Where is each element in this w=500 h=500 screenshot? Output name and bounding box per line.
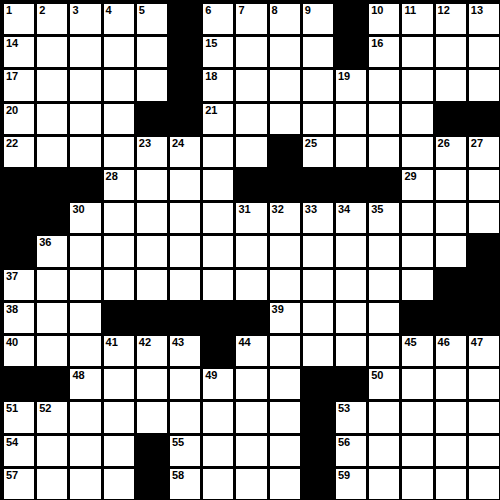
letter-cell[interactable] [303,336,333,366]
clue-number: 58 [172,470,184,481]
clue-number: 7 [238,5,244,16]
letter-cell[interactable]: 51 [4,402,34,432]
letter-cell[interactable] [37,336,67,366]
block-cell [303,469,333,499]
block-cell [170,104,200,134]
letter-cell[interactable] [402,137,432,167]
letter-cell[interactable]: 4 [104,4,134,34]
letter-cell[interactable] [37,303,67,333]
letter-cell[interactable]: 8 [270,4,300,34]
letter-cell[interactable] [303,70,333,100]
letter-cell[interactable]: 30 [70,203,100,233]
block-cell [170,303,200,333]
letter-cell[interactable] [170,369,200,399]
letter-cell[interactable] [104,270,134,300]
block-cell [137,104,167,134]
clue-number: 22 [6,138,18,149]
letter-cell[interactable] [203,469,233,499]
clue-number: 28 [106,171,118,182]
letter-cell[interactable]: 15 [203,37,233,67]
clue-number: 9 [305,5,311,16]
letter-cell[interactable] [469,37,499,67]
letter-cell[interactable]: 23 [137,137,167,167]
block-cell [170,4,200,34]
letter-cell[interactable]: 11 [402,4,432,34]
block-cell [137,436,167,466]
letter-cell[interactable] [137,369,167,399]
letter-cell[interactable]: 20 [4,104,34,134]
block-cell [137,303,167,333]
letter-cell[interactable] [236,137,266,167]
letter-cell[interactable] [70,336,100,366]
block-cell [70,170,100,200]
clue-number: 2 [39,5,45,16]
letter-cell[interactable] [236,369,266,399]
letter-cell[interactable] [170,236,200,266]
clue-number: 39 [272,304,284,315]
letter-cell[interactable] [402,270,432,300]
letter-cell[interactable] [303,104,333,134]
block-cell [303,402,333,432]
letter-cell[interactable] [203,236,233,266]
letter-cell[interactable] [203,203,233,233]
letter-cell[interactable] [303,37,333,67]
clue-number: 6 [205,5,211,16]
letter-cell[interactable] [137,270,167,300]
letter-cell[interactable] [137,236,167,266]
letter-cell[interactable] [236,436,266,466]
letter-cell[interactable] [436,37,466,67]
clue-number: 1 [6,5,12,16]
clue-number: 57 [6,470,18,481]
block-cell [203,336,233,366]
clue-number: 48 [72,370,84,381]
block-cell [270,137,300,167]
clue-number: 18 [205,71,217,82]
letter-cell[interactable]: 45 [402,336,432,366]
letter-cell[interactable] [436,402,466,432]
clue-number: 13 [471,5,483,16]
letter-cell[interactable] [37,104,67,134]
clue-number: 27 [471,138,483,149]
block-cell [203,303,233,333]
letter-cell[interactable]: 55 [170,436,200,466]
letter-cell[interactable] [37,137,67,167]
clue-number: 46 [438,337,450,348]
letter-cell[interactable]: 2 [37,4,67,34]
block-cell [336,369,366,399]
letter-cell[interactable] [369,236,399,266]
block-cell [469,270,499,300]
block-cell [4,170,34,200]
letter-cell[interactable] [170,402,200,432]
letter-cell[interactable] [369,336,399,366]
block-cell [303,369,333,399]
letter-cell[interactable] [402,402,432,432]
letter-cell[interactable]: 58 [170,469,200,499]
letter-cell[interactable] [236,104,266,134]
letter-cell[interactable] [104,104,134,134]
letter-cell[interactable] [37,270,67,300]
letter-cell[interactable]: 47 [469,336,499,366]
letter-cell[interactable] [236,70,266,100]
letter-cell[interactable] [104,137,134,167]
clue-number: 15 [205,38,217,49]
clue-number: 43 [172,337,184,348]
letter-cell[interactable]: 42 [137,336,167,366]
letter-cell[interactable] [469,436,499,466]
letter-cell[interactable] [270,70,300,100]
letter-cell[interactable] [469,70,499,100]
block-cell [170,37,200,67]
clue-number: 24 [172,138,184,149]
letter-cell[interactable]: 48 [70,369,100,399]
letter-cell[interactable]: 59 [336,469,366,499]
clue-number: 12 [438,5,450,16]
letter-cell[interactable] [369,270,399,300]
clue-number: 19 [338,71,350,82]
letter-cell[interactable] [369,70,399,100]
clue-number: 8 [272,5,278,16]
letter-cell[interactable] [436,203,466,233]
clue-number: 33 [305,204,317,215]
block-cell [336,4,366,34]
letter-cell[interactable]: 49 [203,369,233,399]
block-cell [303,170,333,200]
letter-cell[interactable]: 32 [270,203,300,233]
letter-cell[interactable]: 19 [336,70,366,100]
letter-cell[interactable]: 38 [4,303,34,333]
clue-number: 41 [106,337,118,348]
letter-cell[interactable]: 5 [137,4,167,34]
clue-number: 54 [6,437,18,448]
clue-number: 4 [106,5,112,16]
letter-cell[interactable] [37,37,67,67]
letter-cell[interactable]: 40 [4,336,34,366]
clue-number: 23 [139,138,151,149]
letter-cell[interactable] [402,469,432,499]
crossword-grid: 1234567891011121314151617181920212223242… [0,0,500,500]
letter-cell[interactable]: 24 [170,137,200,167]
letter-cell[interactable] [37,469,67,499]
letter-cell[interactable]: 7 [236,4,266,34]
letter-cell[interactable]: 25 [303,137,333,167]
letter-cell[interactable] [137,402,167,432]
letter-cell[interactable] [336,336,366,366]
letter-cell[interactable] [137,203,167,233]
clue-number: 3 [72,5,78,16]
block-cell [336,37,366,67]
letter-cell[interactable] [436,436,466,466]
letter-cell[interactable] [236,236,266,266]
letter-cell[interactable] [203,402,233,432]
letter-cell[interactable] [104,402,134,432]
letter-cell[interactable] [203,170,233,200]
letter-cell[interactable] [469,203,499,233]
block-cell [270,170,300,200]
letter-cell[interactable]: 35 [369,203,399,233]
clue-number: 52 [39,403,51,414]
clue-number: 40 [6,337,18,348]
letter-cell[interactable] [303,236,333,266]
letter-cell[interactable] [37,436,67,466]
block-cell [104,303,134,333]
letter-cell[interactable] [336,303,366,333]
clue-number: 49 [205,370,217,381]
letter-cell[interactable]: 10 [369,4,399,34]
block-cell [37,170,67,200]
clue-number: 32 [272,204,284,215]
clue-number: 26 [438,138,450,149]
letter-cell[interactable] [270,469,300,499]
letter-cell[interactable] [170,270,200,300]
letter-cell[interactable] [104,37,134,67]
clue-number: 5 [139,5,145,16]
letter-cell[interactable] [436,236,466,266]
block-cell [469,303,499,333]
letter-cell[interactable]: 21 [203,104,233,134]
letter-cell[interactable]: 33 [303,203,333,233]
letter-cell[interactable]: 43 [170,336,200,366]
letter-cell[interactable] [369,303,399,333]
clue-number: 59 [338,470,350,481]
letter-cell[interactable]: 22 [4,137,34,167]
letter-cell[interactable] [70,270,100,300]
letter-cell[interactable] [402,70,432,100]
letter-cell[interactable] [270,104,300,134]
letter-cell[interactable] [104,436,134,466]
block-cell [436,303,466,333]
letter-cell[interactable] [369,436,399,466]
block-cell [4,236,34,266]
letter-cell[interactable]: 41 [104,336,134,366]
clue-number: 29 [404,171,416,182]
block-cell [436,270,466,300]
letter-cell[interactable]: 44 [236,336,266,366]
block-cell [402,303,432,333]
block-cell [469,104,499,134]
letter-cell[interactable] [369,402,399,432]
letter-cell[interactable] [104,70,134,100]
clue-number: 47 [471,337,483,348]
letter-cell[interactable] [270,402,300,432]
letter-cell[interactable] [70,436,100,466]
clue-number: 36 [39,237,51,248]
letter-cell[interactable]: 28 [104,170,134,200]
letter-cell[interactable]: 14 [4,37,34,67]
clue-number: 37 [6,271,18,282]
clue-number: 10 [371,5,383,16]
clue-number: 45 [404,337,416,348]
letter-cell[interactable]: 36 [37,236,67,266]
letter-cell[interactable] [436,369,466,399]
letter-cell[interactable] [402,37,432,67]
letter-cell[interactable] [469,369,499,399]
letter-cell[interactable]: 57 [4,469,34,499]
letter-cell[interactable]: 16 [369,37,399,67]
block-cell [4,203,34,233]
letter-cell[interactable] [336,270,366,300]
letter-cell[interactable] [236,469,266,499]
block-cell [336,170,366,200]
letter-cell[interactable] [170,203,200,233]
letter-cell[interactable]: 29 [402,170,432,200]
letter-cell[interactable] [270,436,300,466]
clue-number: 50 [371,370,383,381]
letter-cell[interactable]: 12 [436,4,466,34]
letter-cell[interactable] [70,104,100,134]
letter-cell[interactable] [270,37,300,67]
letter-cell[interactable] [203,137,233,167]
block-cell [469,236,499,266]
letter-cell[interactable] [336,236,366,266]
clue-number: 17 [6,71,18,82]
block-cell [236,170,266,200]
letter-cell[interactable] [70,236,100,266]
letter-cell[interactable]: 56 [336,436,366,466]
block-cell [236,303,266,333]
clue-number: 35 [371,204,383,215]
block-cell [303,436,333,466]
letter-cell[interactable]: 39 [270,303,300,333]
letter-cell[interactable]: 18 [203,70,233,100]
letter-cell[interactable] [336,104,366,134]
letter-cell[interactable] [70,137,100,167]
block-cell [4,369,34,399]
letter-cell[interactable] [170,170,200,200]
clue-number: 38 [6,304,18,315]
letter-cell[interactable]: 13 [469,4,499,34]
crossword-puzzle: 1234567891011121314151617181920212223242… [0,0,500,500]
letter-cell[interactable] [369,104,399,134]
letter-cell[interactable] [402,369,432,399]
letter-cell[interactable] [469,402,499,432]
letter-cell[interactable]: 9 [303,4,333,34]
clue-number: 31 [238,204,250,215]
letter-cell[interactable] [104,369,134,399]
letter-cell[interactable] [37,70,67,100]
letter-cell[interactable] [270,336,300,366]
letter-cell[interactable] [369,469,399,499]
letter-cell[interactable] [436,469,466,499]
letter-cell[interactable] [469,469,499,499]
clue-number: 30 [72,204,84,215]
letter-cell[interactable]: 34 [336,203,366,233]
letter-cell[interactable] [336,137,366,167]
letter-cell[interactable] [402,203,432,233]
clue-number: 56 [338,437,350,448]
letter-cell[interactable] [436,170,466,200]
letter-cell[interactable] [70,70,100,100]
letter-cell[interactable] [104,236,134,266]
letter-cell[interactable] [137,170,167,200]
clue-number: 42 [139,337,151,348]
clue-number: 20 [6,105,18,116]
letter-cell[interactable] [137,37,167,67]
letter-cell[interactable] [270,369,300,399]
letter-cell[interactable]: 50 [369,369,399,399]
block-cell [37,369,67,399]
clue-number: 14 [6,38,18,49]
letter-cell[interactable] [104,469,134,499]
letter-cell[interactable] [70,402,100,432]
clue-number: 21 [205,105,217,116]
clue-number: 55 [172,437,184,448]
letter-cell[interactable]: 3 [70,4,100,34]
clue-number: 53 [338,403,350,414]
letter-cell[interactable] [402,104,432,134]
letter-cell[interactable] [203,270,233,300]
letter-cell[interactable] [70,303,100,333]
letter-cell[interactable]: 54 [4,436,34,466]
block-cell [170,70,200,100]
letter-cell[interactable]: 53 [336,402,366,432]
letter-cell[interactable]: 46 [436,336,466,366]
clue-number: 16 [371,38,383,49]
letter-cell[interactable] [270,270,300,300]
clue-number: 34 [338,204,350,215]
letter-cell[interactable] [303,303,333,333]
letter-cell[interactable] [137,70,167,100]
letter-cell[interactable]: 37 [4,270,34,300]
letter-cell[interactable] [236,402,266,432]
letter-cell[interactable]: 26 [436,137,466,167]
letter-cell[interactable] [70,37,100,67]
letter-cell[interactable] [469,170,499,200]
letter-cell[interactable] [369,137,399,167]
letter-cell[interactable]: 1 [4,4,34,34]
letter-cell[interactable] [70,469,100,499]
letter-cell[interactable]: 6 [203,4,233,34]
letter-cell[interactable]: 52 [37,402,67,432]
letter-cell[interactable]: 27 [469,137,499,167]
letter-cell[interactable] [236,270,266,300]
letter-cell[interactable] [236,37,266,67]
letter-cell[interactable]: 17 [4,70,34,100]
block-cell [369,170,399,200]
letter-cell[interactable]: 31 [236,203,266,233]
letter-cell[interactable] [402,436,432,466]
block-cell [137,469,167,499]
letter-cell[interactable] [436,70,466,100]
block-cell [436,104,466,134]
letter-cell[interactable] [303,270,333,300]
letter-cell[interactable] [402,236,432,266]
clue-number: 51 [6,403,18,414]
clue-number: 44 [238,337,250,348]
block-cell [37,203,67,233]
letter-cell[interactable] [104,203,134,233]
clue-number: 11 [404,5,416,16]
letter-cell[interactable] [203,436,233,466]
letter-cell[interactable] [270,236,300,266]
clue-number: 25 [305,138,317,149]
